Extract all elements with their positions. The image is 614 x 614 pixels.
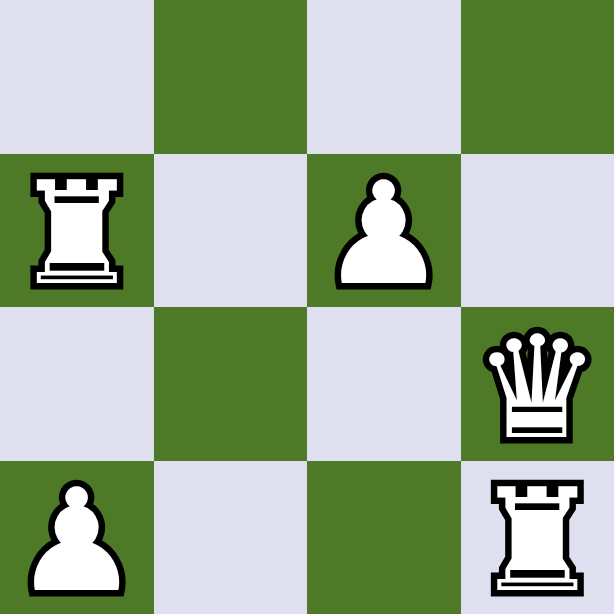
square-r3c4[interactable]: ♛♛ [461, 307, 614, 461]
square-r1c4[interactable] [461, 0, 614, 154]
square-r4c3[interactable] [307, 461, 461, 614]
square-r1c2[interactable] [154, 0, 308, 154]
white-pawn-glyph: ♟ [307, 154, 461, 308]
white-rook-glyph: ♜ [461, 461, 614, 614]
square-r3c3[interactable] [307, 307, 461, 461]
square-r2c3[interactable]: ♟♟ [307, 154, 461, 308]
square-r2c1[interactable]: ♜♜ [0, 154, 154, 308]
white-queen-piece[interactable]: ♛♛ [461, 307, 614, 461]
square-r2c4[interactable] [461, 154, 614, 308]
square-r3c2[interactable] [154, 307, 308, 461]
white-pawn-glyph: ♟ [0, 461, 154, 614]
chess-board: ♜♜♟♟♛♛♟♟♜♜ [0, 0, 614, 614]
square-r2c2[interactable] [154, 154, 308, 308]
square-r1c1[interactable] [0, 0, 154, 154]
square-r3c1[interactable] [0, 307, 154, 461]
white-pawn-piece[interactable]: ♟♟ [0, 461, 154, 614]
white-queen-glyph: ♛ [461, 307, 614, 461]
square-r1c3[interactable] [307, 0, 461, 154]
white-rook-piece[interactable]: ♜♜ [461, 461, 614, 614]
square-r4c4[interactable]: ♜♜ [461, 461, 614, 614]
square-r4c1[interactable]: ♟♟ [0, 461, 154, 614]
white-rook-piece[interactable]: ♜♜ [0, 154, 154, 308]
white-pawn-piece[interactable]: ♟♟ [307, 154, 461, 308]
square-r4c2[interactable] [154, 461, 308, 614]
white-rook-glyph: ♜ [0, 154, 154, 308]
